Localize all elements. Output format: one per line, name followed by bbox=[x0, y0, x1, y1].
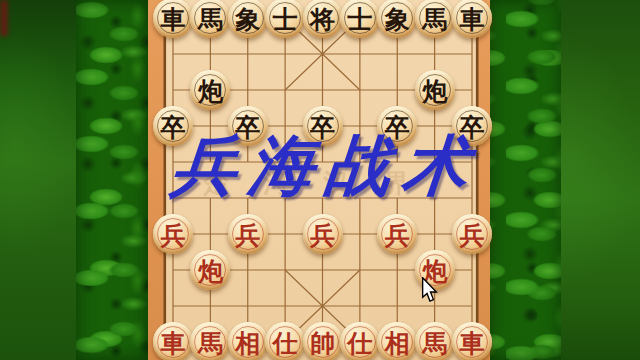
piece-red-soldier-4[interactable]: 兵 bbox=[377, 214, 417, 254]
piece-red-chariot-left[interactable]: 車 bbox=[153, 322, 193, 360]
piece-glyph: 車 bbox=[460, 7, 485, 32]
piece-red-soldier-5[interactable]: 兵 bbox=[452, 214, 492, 254]
piece-red-general[interactable]: 帥 bbox=[303, 322, 343, 360]
piece-glyph: 将 bbox=[310, 7, 335, 32]
video-title-overlay: 兵海战术 bbox=[169, 132, 483, 200]
piece-black-cannon-right[interactable]: 炮 bbox=[415, 70, 455, 110]
piece-red-elephant-right[interactable]: 相 bbox=[377, 322, 417, 360]
piece-black-elephant-left[interactable]: 象 bbox=[228, 0, 268, 38]
mouse-cursor-icon bbox=[421, 277, 438, 303]
piece-black-advisor-left[interactable]: 士 bbox=[265, 0, 305, 38]
piece-glyph: 炮 bbox=[198, 79, 223, 104]
piece-glyph: 炮 bbox=[198, 259, 223, 284]
piece-red-advisor-right[interactable]: 仕 bbox=[340, 322, 380, 360]
piece-red-cannon-left[interactable]: 炮 bbox=[190, 250, 230, 290]
piece-glyph: 炮 bbox=[422, 79, 447, 104]
piece-black-cannon-left[interactable]: 炮 bbox=[190, 70, 230, 110]
piece-black-chariot-right[interactable]: 車 bbox=[452, 0, 492, 38]
piece-glyph: 車 bbox=[460, 331, 485, 356]
piece-glyph: 馬 bbox=[198, 331, 223, 356]
piece-glyph: 士 bbox=[273, 7, 298, 32]
piece-black-horse-left[interactable]: 馬 bbox=[190, 0, 230, 38]
piece-glyph: 仕 bbox=[273, 331, 298, 356]
piece-red-elephant-left[interactable]: 相 bbox=[228, 322, 268, 360]
piece-glyph: 兵 bbox=[161, 223, 186, 248]
piece-glyph: 相 bbox=[385, 331, 410, 356]
piece-black-chariot-left[interactable]: 車 bbox=[153, 0, 193, 38]
piece-glyph: 兵 bbox=[310, 223, 335, 248]
piece-glyph: 馬 bbox=[422, 7, 447, 32]
piece-glyph: 象 bbox=[235, 7, 260, 32]
piece-black-horse-right[interactable]: 馬 bbox=[415, 0, 455, 38]
piece-glyph: 馬 bbox=[198, 7, 223, 32]
piece-glyph: 象 bbox=[385, 7, 410, 32]
piece-black-elephant-right[interactable]: 象 bbox=[377, 0, 417, 38]
piece-black-advisor-right[interactable]: 士 bbox=[340, 0, 380, 38]
piece-red-soldier-3[interactable]: 兵 bbox=[303, 214, 343, 254]
screenshot-stage: 楚河汉界 車馬象士将士象馬車炮炮卒卒卒卒卒兵兵兵兵兵炮炮車馬相仕帥仕相馬車 兵海… bbox=[0, 0, 640, 360]
piece-red-soldier-1[interactable]: 兵 bbox=[153, 214, 193, 254]
piece-glyph: 帥 bbox=[310, 331, 335, 356]
piece-glyph: 兵 bbox=[235, 223, 260, 248]
piece-glyph: 士 bbox=[347, 7, 372, 32]
piece-glyph: 兵 bbox=[460, 223, 485, 248]
piece-red-soldier-2[interactable]: 兵 bbox=[228, 214, 268, 254]
piece-glyph: 仕 bbox=[347, 331, 372, 356]
piece-glyph: 車 bbox=[161, 7, 186, 32]
piece-red-horse-right[interactable]: 馬 bbox=[415, 322, 455, 360]
piece-glyph: 兵 bbox=[385, 223, 410, 248]
piece-red-advisor-left[interactable]: 仕 bbox=[265, 322, 305, 360]
piece-glyph: 相 bbox=[235, 331, 260, 356]
piece-glyph: 馬 bbox=[422, 331, 447, 356]
piece-glyph: 車 bbox=[161, 331, 186, 356]
piece-red-horse-left[interactable]: 馬 bbox=[190, 322, 230, 360]
piece-black-general[interactable]: 将 bbox=[303, 0, 343, 38]
piece-red-chariot-right[interactable]: 車 bbox=[452, 322, 492, 360]
